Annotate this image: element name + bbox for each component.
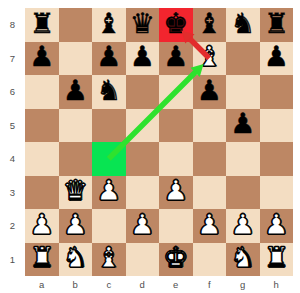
rank-label-6: 6 <box>0 75 25 109</box>
square-b1[interactable]: ♞ <box>59 243 93 277</box>
square-d4[interactable] <box>126 142 160 176</box>
square-a3[interactable] <box>25 176 59 210</box>
square-a2[interactable]: ♟ <box>25 209 59 243</box>
rank-label-4: 4 <box>0 142 25 176</box>
white-pawn-h2[interactable]: ♟ <box>264 211 289 239</box>
square-h7[interactable]: ♟ <box>260 42 294 76</box>
rank-label-7: 7 <box>0 42 25 76</box>
white-rook-h1[interactable]: ♜ <box>264 244 289 272</box>
rank-labels: 87654321 <box>0 8 25 276</box>
square-c6[interactable]: ♞ <box>92 75 126 109</box>
square-h3[interactable] <box>260 176 294 210</box>
rank-label-5: 5 <box>0 109 25 143</box>
square-c4[interactable] <box>92 142 126 176</box>
white-pawn-c3[interactable]: ♟ <box>96 177 121 205</box>
black-queen-d8[interactable]: ♛ <box>130 10 155 38</box>
black-bishop-c8[interactable]: ♝ <box>96 10 121 38</box>
square-c1[interactable]: ♝ <box>92 243 126 277</box>
square-a8[interactable]: ♜ <box>25 8 59 42</box>
white-knight-g1[interactable]: ♞ <box>230 244 255 272</box>
square-b4[interactable] <box>59 142 93 176</box>
square-b7[interactable] <box>59 42 93 76</box>
square-h1[interactable]: ♜ <box>260 243 294 277</box>
white-bishop-f7[interactable]: ♝ <box>197 43 222 71</box>
square-c8[interactable]: ♝ <box>92 8 126 42</box>
square-d8[interactable]: ♛ <box>126 8 160 42</box>
square-f7[interactable]: ♝ <box>193 42 227 76</box>
square-e2[interactable] <box>159 209 193 243</box>
white-pawn-d2[interactable]: ♟ <box>130 211 155 239</box>
white-knight-b1[interactable]: ♞ <box>63 244 88 272</box>
black-pawn-a7[interactable]: ♟ <box>29 43 54 71</box>
square-a1[interactable]: ♜ <box>25 243 59 277</box>
rank-label-1: 1 <box>0 243 25 277</box>
square-f2[interactable]: ♟ <box>193 209 227 243</box>
square-g3[interactable] <box>226 176 260 210</box>
square-e5[interactable] <box>159 109 193 143</box>
square-h8[interactable]: ♜ <box>260 8 294 42</box>
file-label-d: d <box>126 276 160 293</box>
file-label-c: c <box>92 276 126 293</box>
white-pawn-f2[interactable]: ♟ <box>197 211 222 239</box>
square-h2[interactable]: ♟ <box>260 209 294 243</box>
square-d3[interactable] <box>126 176 160 210</box>
square-f8[interactable]: ♝ <box>193 8 227 42</box>
black-rook-a8[interactable]: ♜ <box>29 10 54 38</box>
square-a7[interactable]: ♟ <box>25 42 59 76</box>
file-label-a: a <box>25 276 59 293</box>
white-rook-a1[interactable]: ♜ <box>29 244 54 272</box>
white-bishop-c1[interactable]: ♝ <box>96 244 121 272</box>
square-d5[interactable] <box>126 109 160 143</box>
white-pawn-g2[interactable]: ♟ <box>230 211 255 239</box>
file-label-b: b <box>59 276 93 293</box>
square-e4[interactable] <box>159 142 193 176</box>
square-e6[interactable] <box>159 75 193 109</box>
black-pawn-e7[interactable]: ♟ <box>163 43 188 71</box>
square-a5[interactable] <box>25 109 59 143</box>
square-d6[interactable] <box>126 75 160 109</box>
square-b8[interactable] <box>59 8 93 42</box>
square-h5[interactable] <box>260 109 294 143</box>
file-label-e: e <box>159 276 193 293</box>
square-d1[interactable] <box>126 243 160 277</box>
black-king-e8[interactable]: ♚ <box>163 10 188 38</box>
file-label-f: f <box>193 276 227 293</box>
square-d2[interactable]: ♟ <box>126 209 160 243</box>
square-g5[interactable]: ♟ <box>226 109 260 143</box>
square-h4[interactable] <box>260 142 294 176</box>
square-f4[interactable] <box>193 142 227 176</box>
black-knight-g8[interactable]: ♞ <box>230 10 255 38</box>
square-g7[interactable] <box>226 42 260 76</box>
square-c2[interactable] <box>92 209 126 243</box>
square-b6[interactable]: ♟ <box>59 75 93 109</box>
file-labels: abcdefgh <box>25 276 293 293</box>
white-pawn-a2[interactable]: ♟ <box>29 211 54 239</box>
square-d7[interactable]: ♟ <box>126 42 160 76</box>
square-e3[interactable]: ♟ <box>159 176 193 210</box>
square-e8[interactable]: ♚ <box>159 8 193 42</box>
square-e1[interactable]: ♚ <box>159 243 193 277</box>
square-a6[interactable] <box>25 75 59 109</box>
white-pawn-b2[interactable]: ♟ <box>63 211 88 239</box>
square-b3[interactable]: ♛ <box>59 176 93 210</box>
square-g2[interactable]: ♟ <box>226 209 260 243</box>
white-pawn-e3[interactable]: ♟ <box>163 177 188 205</box>
square-f3[interactable] <box>193 176 227 210</box>
black-pawn-g5[interactable]: ♟ <box>230 110 255 138</box>
rank-label-2: 2 <box>0 209 25 243</box>
black-knight-c6[interactable]: ♞ <box>96 77 121 105</box>
black-pawn-b6[interactable]: ♟ <box>63 77 88 105</box>
square-a4[interactable] <box>25 142 59 176</box>
black-pawn-d7[interactable]: ♟ <box>130 43 155 71</box>
square-g4[interactable] <box>226 142 260 176</box>
square-b5[interactable] <box>59 109 93 143</box>
square-f6[interactable]: ♟ <box>193 75 227 109</box>
black-pawn-c7[interactable]: ♟ <box>96 43 121 71</box>
black-pawn-h7[interactable]: ♟ <box>264 43 289 71</box>
file-label-g: g <box>226 276 260 293</box>
file-label-h: h <box>260 276 294 293</box>
square-g8[interactable]: ♞ <box>226 8 260 42</box>
black-pawn-f6[interactable]: ♟ <box>197 77 222 105</box>
chess-board-screenshot: 87654321 ♜♝♛♚♝♞♜♟♟♟♟♝♟♟♞♟♟♛♟♟♟♟♟♟♟♟♜♞♝♚♞… <box>0 0 300 293</box>
square-h6[interactable] <box>260 75 294 109</box>
square-f5[interactable] <box>193 109 227 143</box>
square-e7[interactable]: ♟ <box>159 42 193 76</box>
square-g1[interactable]: ♞ <box>226 243 260 277</box>
square-b2[interactable]: ♟ <box>59 209 93 243</box>
square-f1[interactable] <box>193 243 227 277</box>
square-c7[interactable]: ♟ <box>92 42 126 76</box>
white-king-e1[interactable]: ♚ <box>163 244 188 272</box>
black-bishop-f8[interactable]: ♝ <box>197 10 222 38</box>
rank-label-8: 8 <box>0 8 25 42</box>
square-g6[interactable] <box>226 75 260 109</box>
board: ♜♝♛♚♝♞♜♟♟♟♟♝♟♟♞♟♟♛♟♟♟♟♟♟♟♟♜♞♝♚♞♜ <box>25 8 293 276</box>
white-queen-b3[interactable]: ♛ <box>63 177 88 205</box>
square-c5[interactable] <box>92 109 126 143</box>
square-c3[interactable]: ♟ <box>92 176 126 210</box>
rank-label-3: 3 <box>0 176 25 210</box>
black-rook-h8[interactable]: ♜ <box>264 10 289 38</box>
